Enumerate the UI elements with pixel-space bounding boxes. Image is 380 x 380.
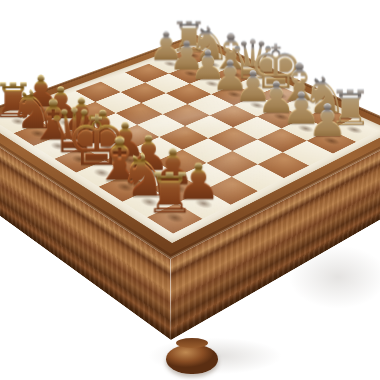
- piece-white-pawn-h2: ♟: [307, 130, 357, 154]
- chess-set-product-photo: ♜♞♝♛♚♝♞♜♟♟♟♟♟♟♟♟♟♟♟♟♟♟♟♟♜♞♝♛♚♝♞♜: [0, 0, 380, 380]
- chess-case: ♜♞♝♛♚♝♞♜♟♟♟♟♟♟♟♟♟♟♟♟♟♟♟♟♜♞♝♛♚♝♞♜: [0, 34, 380, 259]
- piece-black-rook-h8: ♜: [147, 203, 202, 233]
- scene-3d: ♜♞♝♛♚♝♞♜♟♟♟♟♟♟♟♟♟♟♟♟♟♟♟♟♜♞♝♛♚♝♞♜: [0, 0, 380, 380]
